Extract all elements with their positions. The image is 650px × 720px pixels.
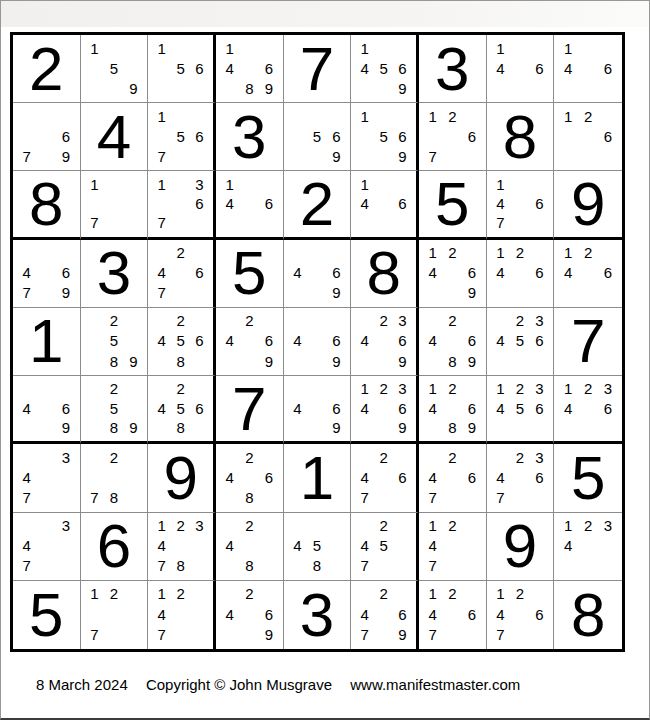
candidate-1: 1 [85, 38, 105, 58]
candidate-5: 5 [307, 126, 327, 146]
candidate-6: 6 [327, 399, 347, 418]
candidate-5: 5 [104, 58, 124, 78]
candidate-4: 4 [220, 331, 240, 351]
candidate-1: 1 [152, 38, 171, 58]
cell-r1c2[interactable]: 159 [81, 35, 149, 103]
candidate-4: 4 [558, 536, 578, 556]
cell-r7c3[interactable]: 9 [148, 444, 216, 512]
candidate-1: 1 [355, 379, 374, 398]
footer: 8 March 2024 Copyright © John Musgrave w… [36, 676, 534, 693]
candidate-1: 1 [423, 584, 443, 604]
candidate-4: 4 [288, 331, 308, 351]
candidate-5: 5 [104, 331, 124, 351]
candidate-5: 5 [171, 58, 190, 78]
candidate-1: 1 [558, 379, 578, 398]
pencil-marks: 2589 [81, 308, 148, 375]
candidate-6: 6 [530, 263, 550, 283]
candidate-2: 2 [443, 584, 463, 604]
cell-r6c9[interactable]: 12346 [554, 376, 622, 444]
cell-r7c6[interactable]: 2467 [351, 444, 419, 512]
cell-r8c9[interactable]: 1234 [554, 513, 622, 581]
cell-r2c8[interactable]: 8 [487, 103, 555, 171]
cell-r5c2[interactable]: 2589 [81, 308, 149, 376]
candidate-6: 6 [393, 331, 412, 351]
candidate-9: 9 [462, 283, 482, 303]
candidate-1: 1 [491, 584, 511, 604]
candidate-2: 2 [443, 447, 463, 467]
candidate-7: 7 [17, 487, 37, 507]
candidate-6: 6 [393, 399, 412, 418]
pencil-marks: 469 [284, 240, 351, 307]
pencil-marks: 17 [81, 171, 148, 236]
candidate-3: 3 [393, 379, 412, 398]
cell-value: 8 [554, 581, 622, 649]
pencil-marks: 347 [13, 444, 80, 511]
candidate-6: 6 [56, 126, 76, 146]
footer-copyright: Copyright © John Musgrave [146, 676, 332, 693]
candidate-7: 7 [423, 146, 443, 166]
candidate-4: 4 [491, 194, 511, 213]
pencil-marks: 23456 [487, 308, 554, 375]
candidate-4: 4 [220, 536, 240, 556]
candidate-4: 4 [152, 399, 171, 418]
candidate-5: 5 [374, 536, 393, 556]
candidate-2: 2 [374, 516, 393, 536]
candidate-5: 5 [171, 126, 190, 146]
cell-r3c5[interactable]: 2 [284, 171, 352, 239]
candidate-1: 1 [220, 38, 240, 58]
pencil-marks: 24568 [148, 308, 213, 375]
candidate-1: 1 [220, 174, 240, 193]
cell-value: 3 [81, 240, 148, 307]
candidate-7: 7 [85, 625, 105, 645]
candidate-2: 2 [510, 311, 530, 331]
cell-r7c7[interactable]: 2467 [419, 444, 487, 512]
pencil-marks: 146 [351, 171, 416, 236]
cell-r4c3[interactable]: 2467 [148, 240, 216, 308]
pencil-marks: 2469 [216, 308, 283, 375]
cell-r1c6[interactable]: 14569 [351, 35, 419, 103]
pencil-marks: 123456 [487, 376, 554, 441]
candidate-4: 4 [355, 331, 374, 351]
candidate-6: 6 [598, 263, 618, 283]
candidate-3: 3 [190, 516, 209, 536]
candidate-6: 6 [190, 399, 209, 418]
cell-value: 3 [419, 35, 486, 102]
cell-value: 1 [13, 308, 80, 375]
cell-value: 5 [13, 581, 80, 649]
candidate-3: 3 [393, 311, 412, 331]
cell-r1c3[interactable]: 156 [148, 35, 216, 103]
candidate-4: 4 [423, 536, 443, 556]
candidate-2: 2 [374, 379, 393, 398]
candidate-1: 1 [152, 174, 171, 193]
cell-r7c2[interactable]: 278 [81, 444, 149, 512]
pencil-marks: 458 [284, 513, 351, 580]
pencil-marks: 127 [81, 581, 148, 649]
candidate-7: 7 [355, 625, 374, 645]
candidate-7: 7 [423, 487, 443, 507]
cell-r5c4[interactable]: 2469 [216, 308, 284, 376]
cell-r8c5[interactable]: 458 [284, 513, 352, 581]
cell-r9c8[interactable]: 12467 [487, 581, 555, 649]
candidate-6: 6 [462, 263, 482, 283]
candidate-7: 7 [491, 625, 511, 645]
cell-r3c9[interactable]: 9 [554, 171, 622, 239]
cell-r9c5[interactable]: 3 [284, 581, 352, 649]
pencil-marks: 2467 [148, 240, 213, 307]
cell-r2c2[interactable]: 4 [81, 103, 149, 171]
cell-value: 3 [216, 103, 283, 170]
cell-r8c2[interactable]: 6 [81, 513, 149, 581]
cell-r9c9[interactable]: 8 [554, 581, 622, 649]
cell-value: 9 [148, 444, 213, 511]
cell-r5c8[interactable]: 23456 [487, 308, 555, 376]
candidate-2: 2 [510, 584, 530, 604]
footer-date: 8 March 2024 [36, 676, 128, 693]
candidate-8: 8 [443, 418, 463, 437]
candidate-9: 9 [327, 283, 347, 303]
cell-r9c1[interactable]: 5 [13, 581, 81, 649]
candidate-5: 5 [374, 126, 393, 146]
candidate-2: 2 [171, 516, 190, 536]
candidate-4: 4 [355, 399, 374, 418]
candidate-2: 2 [443, 243, 463, 263]
footer-website: www.manifestmaster.com [350, 676, 520, 693]
candidate-7: 7 [85, 213, 105, 232]
cell-r7c8[interactable]: 23467 [487, 444, 555, 512]
pencil-marks: 1246 [554, 240, 622, 307]
candidate-8: 8 [104, 351, 124, 371]
cell-r6c5[interactable]: 469 [284, 376, 352, 444]
cell-value: 6 [81, 513, 148, 580]
cell-r6c2[interactable]: 2589 [81, 376, 149, 444]
candidate-6: 6 [393, 126, 412, 146]
pencil-marks: 126 [554, 103, 622, 170]
pencil-marks: 24679 [351, 581, 416, 649]
cell-r9c2[interactable]: 127 [81, 581, 149, 649]
cell-r9c3[interactable]: 1247 [148, 581, 216, 649]
candidate-6: 6 [393, 604, 412, 624]
candidate-7: 7 [152, 146, 171, 166]
candidate-1: 1 [491, 379, 511, 398]
pencil-marks: 2589 [81, 376, 148, 441]
cell-r2c5[interactable]: 569 [284, 103, 352, 171]
candidate-2: 2 [374, 447, 393, 467]
candidate-2: 2 [510, 243, 530, 263]
pencil-marks: 2467 [351, 444, 416, 511]
candidate-6: 6 [393, 467, 412, 487]
candidate-6: 6 [530, 331, 550, 351]
candidate-6: 6 [462, 604, 482, 624]
cell-r6c1[interactable]: 469 [13, 376, 81, 444]
candidate-8: 8 [171, 556, 190, 576]
cell-r7c5[interactable]: 1 [284, 444, 352, 512]
cell-r4c5[interactable]: 469 [284, 240, 352, 308]
candidate-4: 4 [220, 194, 240, 213]
pencil-marks: 569 [284, 103, 351, 170]
pencil-marks: 123478 [148, 513, 213, 580]
candidate-9: 9 [462, 418, 482, 437]
cell-r3c3[interactable]: 1367 [148, 171, 216, 239]
candidate-4: 4 [152, 604, 171, 624]
candidate-7: 7 [355, 556, 374, 576]
pencil-marks: 1246 [487, 240, 554, 307]
candidate-4: 4 [491, 331, 511, 351]
pencil-marks: 1367 [148, 171, 213, 236]
candidate-4: 4 [491, 263, 511, 283]
candidate-3: 3 [530, 447, 550, 467]
candidate-1: 1 [355, 38, 374, 58]
cell-value: 1 [284, 444, 351, 511]
pencil-marks: 23467 [487, 444, 554, 511]
candidate-1: 1 [152, 584, 171, 604]
cell-value: 8 [487, 103, 554, 170]
cell-value: 7 [216, 376, 283, 441]
candidate-2: 2 [171, 584, 190, 604]
candidate-4: 4 [491, 604, 511, 624]
cell-r8c1[interactable]: 347 [13, 513, 81, 581]
candidate-2: 2 [443, 106, 463, 126]
cell-r7c1[interactable]: 347 [13, 444, 81, 512]
candidate-4: 4 [220, 604, 240, 624]
candidate-9: 9 [327, 418, 347, 437]
pencil-marks: 2469 [216, 581, 283, 649]
candidate-6: 6 [598, 126, 618, 146]
cell-value: 5 [216, 240, 283, 307]
candidate-7: 7 [85, 487, 105, 507]
candidate-5: 5 [171, 399, 190, 418]
candidate-9: 9 [327, 351, 347, 371]
cell-r8c3[interactable]: 123478 [148, 513, 216, 581]
cell-r1c7[interactable]: 3 [419, 35, 487, 103]
cell-r6c7[interactable]: 124689 [419, 376, 487, 444]
cell-r6c4[interactable]: 7 [216, 376, 284, 444]
cell-r7c4[interactable]: 2468 [216, 444, 284, 512]
cell-value: 3 [284, 581, 351, 649]
candidate-2: 2 [104, 379, 124, 398]
pencil-marks: 1567 [148, 103, 213, 170]
candidate-6: 6 [190, 263, 209, 283]
cell-r2c4[interactable]: 3 [216, 103, 284, 171]
cell-r3c8[interactable]: 1467 [487, 171, 555, 239]
candidate-7: 7 [152, 625, 171, 645]
candidate-9: 9 [56, 146, 76, 166]
cell-r4c9[interactable]: 1246 [554, 240, 622, 308]
candidate-7: 7 [423, 625, 443, 645]
candidate-6: 6 [190, 58, 209, 78]
candidate-3: 3 [56, 516, 76, 536]
cell-r1c4[interactable]: 14689 [216, 35, 284, 103]
cell-r9c4[interactable]: 2469 [216, 581, 284, 649]
pencil-marks: 146 [216, 171, 283, 236]
cell-value: 5 [419, 171, 486, 236]
candidate-6: 6 [190, 126, 209, 146]
candidate-4: 4 [423, 331, 443, 351]
candidate-8: 8 [104, 487, 124, 507]
cell-r8c6[interactable]: 2457 [351, 513, 419, 581]
candidate-6: 6 [327, 263, 347, 283]
pencil-marks: 1267 [419, 103, 486, 170]
candidate-2: 2 [171, 311, 190, 331]
cell-r6c6[interactable]: 123469 [351, 376, 419, 444]
candidate-1: 1 [558, 243, 578, 263]
candidate-2: 2 [104, 584, 124, 604]
cell-value: 2 [284, 171, 351, 236]
cell-r3c2[interactable]: 17 [81, 171, 149, 239]
cell-r4c7[interactable]: 12469 [419, 240, 487, 308]
candidate-6: 6 [259, 467, 279, 487]
candidate-4: 4 [355, 194, 374, 213]
candidate-1: 1 [423, 243, 443, 263]
candidate-4: 4 [152, 263, 171, 283]
cell-r5c6[interactable]: 23469 [351, 308, 419, 376]
cell-r4c6[interactable]: 8 [351, 240, 419, 308]
cell-r7c9[interactable]: 5 [554, 444, 622, 512]
candidate-9: 9 [124, 78, 144, 98]
candidate-3: 3 [598, 379, 618, 398]
candidate-5: 5 [510, 331, 530, 351]
candidate-6: 6 [462, 331, 482, 351]
candidate-6: 6 [462, 399, 482, 418]
candidate-2: 2 [443, 516, 463, 536]
cell-value: 8 [351, 240, 416, 307]
candidate-9: 9 [124, 418, 144, 437]
candidate-9: 9 [393, 351, 412, 371]
pencil-marks: 278 [81, 444, 148, 511]
candidate-4: 4 [288, 536, 308, 556]
candidate-9: 9 [393, 625, 412, 645]
cell-r8c7[interactable]: 1247 [419, 513, 487, 581]
cell-r4c1[interactable]: 4679 [13, 240, 81, 308]
cell-r9c7[interactable]: 12467 [419, 581, 487, 649]
candidate-9: 9 [56, 283, 76, 303]
pencil-marks: 123469 [351, 376, 416, 441]
cell-r9c6[interactable]: 24679 [351, 581, 419, 649]
candidate-2: 2 [510, 447, 530, 467]
candidate-8: 8 [240, 487, 260, 507]
cell-r6c3[interactable]: 24568 [148, 376, 216, 444]
cell-r2c1[interactable]: 679 [13, 103, 81, 171]
cell-r2c7[interactable]: 1267 [419, 103, 487, 171]
cell-r4c4[interactable]: 5 [216, 240, 284, 308]
cell-r5c3[interactable]: 24568 [148, 308, 216, 376]
candidate-1: 1 [558, 106, 578, 126]
candidate-4: 4 [355, 58, 374, 78]
pencil-marks: 14689 [216, 35, 283, 102]
cell-value: 2 [13, 35, 80, 102]
candidate-4: 4 [152, 331, 171, 351]
pencil-marks: 12346 [554, 376, 622, 441]
candidate-4: 4 [423, 399, 443, 418]
candidate-8: 8 [240, 78, 260, 98]
cell-r4c2[interactable]: 3 [81, 240, 149, 308]
cell-r2c9[interactable]: 126 [554, 103, 622, 171]
candidate-7: 7 [17, 556, 37, 576]
cell-r3c7[interactable]: 5 [419, 171, 487, 239]
candidate-2: 2 [443, 379, 463, 398]
cell-r5c1[interactable]: 1 [13, 308, 81, 376]
candidate-6: 6 [259, 331, 279, 351]
candidate-4: 4 [17, 536, 37, 556]
candidate-1: 1 [491, 174, 511, 193]
candidate-9: 9 [124, 351, 144, 371]
cell-r1c5[interactable]: 7 [284, 35, 352, 103]
candidate-8: 8 [307, 556, 327, 576]
candidate-1: 1 [152, 516, 171, 536]
candidate-7: 7 [152, 283, 171, 303]
cell-r2c6[interactable]: 1569 [351, 103, 419, 171]
candidate-7: 7 [152, 213, 171, 232]
candidate-2: 2 [578, 243, 598, 263]
candidate-4: 4 [558, 399, 578, 418]
cell-r6c8[interactable]: 123456 [487, 376, 555, 444]
candidate-6: 6 [327, 331, 347, 351]
candidate-4: 4 [423, 467, 443, 487]
candidate-4: 4 [152, 536, 171, 556]
candidate-2: 2 [578, 516, 598, 536]
cell-r5c9[interactable]: 7 [554, 308, 622, 376]
cell-value: 9 [554, 171, 622, 236]
candidate-7: 7 [152, 556, 171, 576]
candidate-4: 4 [220, 467, 240, 487]
cell-value: 9 [487, 513, 554, 580]
candidate-1: 1 [85, 174, 105, 193]
pencil-marks: 12467 [419, 581, 486, 649]
candidate-4: 4 [17, 263, 37, 283]
candidate-2: 2 [374, 311, 393, 331]
candidate-6: 6 [259, 58, 279, 78]
candidate-3: 3 [530, 311, 550, 331]
pencil-marks: 124689 [419, 376, 486, 441]
cell-r8c4[interactable]: 248 [216, 513, 284, 581]
cell-r1c8[interactable]: 146 [487, 35, 555, 103]
candidate-9: 9 [259, 78, 279, 98]
candidate-4: 4 [17, 467, 37, 487]
candidate-1: 1 [423, 379, 443, 398]
candidate-5: 5 [374, 58, 393, 78]
candidate-6: 6 [393, 58, 412, 78]
candidate-4: 4 [220, 58, 240, 78]
sudoku-grid: 2159156146897145693146146679415673569156… [10, 32, 625, 652]
cell-r5c7[interactable]: 24689 [419, 308, 487, 376]
candidate-4: 4 [558, 58, 578, 78]
pencil-marks: 1247 [419, 513, 486, 580]
pencil-marks: 2457 [351, 513, 416, 580]
candidate-1: 1 [355, 106, 374, 126]
cell-r3c1[interactable]: 8 [13, 171, 81, 239]
candidate-2: 2 [240, 516, 260, 536]
cell-r8c8[interactable]: 9 [487, 513, 555, 581]
pencil-marks: 12469 [419, 240, 486, 307]
cell-value: 7 [284, 35, 351, 102]
candidate-4: 4 [288, 263, 308, 283]
candidate-9: 9 [462, 351, 482, 371]
candidate-4: 4 [423, 263, 443, 283]
cell-value: 7 [554, 308, 622, 375]
cell-r1c1[interactable]: 2 [13, 35, 81, 103]
candidate-7: 7 [17, 283, 37, 303]
candidate-7: 7 [491, 213, 511, 232]
candidate-9: 9 [56, 418, 76, 437]
cell-r1c9[interactable]: 146 [554, 35, 622, 103]
cell-r5c5[interactable]: 469 [284, 308, 352, 376]
cell-r4c8[interactable]: 1246 [487, 240, 555, 308]
cell-r2c3[interactable]: 1567 [148, 103, 216, 171]
cell-r3c6[interactable]: 146 [351, 171, 419, 239]
cell-r3c4[interactable]: 146 [216, 171, 284, 239]
pencil-marks: 156 [148, 35, 213, 102]
